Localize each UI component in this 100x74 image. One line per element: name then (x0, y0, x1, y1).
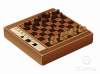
panel-key-7 (31, 40, 36, 43)
panel-small-button (20, 36, 24, 38)
square-e4 (53, 26, 61, 30)
watermark-logo-icon (82, 56, 91, 65)
stock-watermark: izuma (73, 56, 99, 72)
wooden-chess-computer: ♜♞♝♛♚♝♞♜♟♟♟♟♟♟♟♟♟♟♟♟♟♟♟♟♜♞♝♛♚♝♞♜ (3, 8, 93, 56)
watermark-logo-inner (84, 59, 89, 64)
panel-main-button (32, 43, 38, 46)
panel-key-5 (25, 36, 30, 39)
panel-lcd-display (25, 39, 31, 43)
product-photo: ♜♞♝♛♚♝♞♜♟♟♟♟♟♟♟♟♟♟♟♟♟♟♟♟♜♞♝♛♚♝♞♜ izuma (0, 0, 100, 74)
watermark-text: izuma (73, 66, 99, 73)
square-f7: ♟ (46, 17, 54, 21)
piece-white-rook: ♜ (82, 26, 87, 32)
square-h1: ♜ (78, 28, 86, 32)
square-f1: ♝ (69, 32, 78, 37)
